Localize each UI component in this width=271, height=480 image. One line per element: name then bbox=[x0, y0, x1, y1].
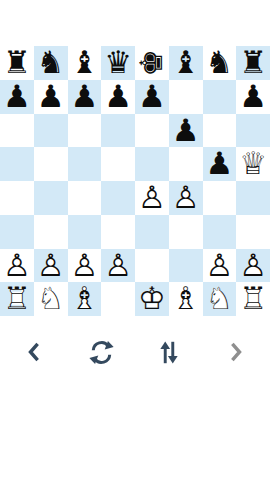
square-h7[interactable]: ♟ bbox=[236, 80, 270, 114]
square-d8[interactable]: ♛ bbox=[101, 46, 135, 80]
square-h3[interactable] bbox=[236, 215, 270, 249]
piece-white-pawn: ♟♙ bbox=[203, 249, 237, 283]
piece-black-bishop: ♝ bbox=[68, 46, 102, 80]
piece-black-pawn: ♟ bbox=[34, 80, 68, 114]
chevron-left-icon bbox=[26, 339, 41, 365]
square-d1[interactable] bbox=[101, 282, 135, 316]
square-f7[interactable] bbox=[169, 80, 203, 114]
square-b5[interactable] bbox=[34, 147, 68, 181]
square-b2[interactable]: ♟♙ bbox=[34, 249, 68, 283]
piece-black-bishop: ♝ bbox=[169, 46, 203, 80]
square-a4[interactable] bbox=[0, 181, 34, 215]
square-e1[interactable]: ♚♔ bbox=[135, 282, 169, 316]
piece-white-pawn: ♟♙ bbox=[236, 249, 270, 283]
square-h1[interactable]: ♜♖ bbox=[236, 282, 270, 316]
square-a2[interactable]: ♟♙ bbox=[0, 249, 34, 283]
square-c1[interactable]: ♝♗ bbox=[68, 282, 102, 316]
square-h4[interactable] bbox=[236, 181, 270, 215]
square-d4[interactable] bbox=[101, 181, 135, 215]
square-d2[interactable]: ♟♙ bbox=[101, 249, 135, 283]
piece-black-pawn: ♟ bbox=[68, 80, 102, 114]
square-d7[interactable]: ♟ bbox=[101, 80, 135, 114]
piece-black-pawn: ♟ bbox=[169, 114, 203, 148]
square-c3[interactable] bbox=[68, 215, 102, 249]
piece-white-pawn: ♟♙ bbox=[0, 249, 34, 283]
piece-black-knight: ♞ bbox=[34, 46, 68, 80]
piece-white-queen: ♛♕ bbox=[236, 147, 270, 181]
square-f2[interactable] bbox=[169, 249, 203, 283]
refresh-button[interactable] bbox=[68, 337, 136, 367]
square-a5[interactable] bbox=[0, 147, 34, 181]
square-b8[interactable]: ♞ bbox=[34, 46, 68, 80]
square-b6[interactable] bbox=[34, 114, 68, 148]
square-g2[interactable]: ♟♙ bbox=[203, 249, 237, 283]
square-c4[interactable] bbox=[68, 181, 102, 215]
square-a3[interactable] bbox=[0, 215, 34, 249]
piece-white-knight: ♞♘ bbox=[203, 282, 237, 316]
previous-move-button[interactable] bbox=[0, 337, 68, 367]
square-g5[interactable]: ♟ bbox=[203, 147, 237, 181]
piece-white-pawn: ♟♙ bbox=[101, 249, 135, 283]
square-g3[interactable] bbox=[203, 215, 237, 249]
refresh-icon bbox=[89, 340, 114, 365]
square-b4[interactable] bbox=[34, 181, 68, 215]
piece-white-knight: ♞♘ bbox=[34, 282, 68, 316]
flip-board-button[interactable] bbox=[135, 337, 203, 367]
piece-white-king: ♚♔ bbox=[135, 282, 169, 316]
square-b1[interactable]: ♞♘ bbox=[34, 282, 68, 316]
square-f1[interactable]: ♝♗ bbox=[169, 282, 203, 316]
square-f3[interactable] bbox=[169, 215, 203, 249]
square-e4[interactable]: ♟♙ bbox=[135, 181, 169, 215]
square-d3[interactable] bbox=[101, 215, 135, 249]
square-e7[interactable]: ♟ bbox=[135, 80, 169, 114]
square-a1[interactable]: ♜♖ bbox=[0, 282, 34, 316]
piece-black-king: ♚ bbox=[135, 46, 169, 80]
piece-black-pawn: ♟ bbox=[101, 80, 135, 114]
piece-white-pawn: ♟♙ bbox=[68, 249, 102, 283]
square-g6[interactable] bbox=[203, 114, 237, 148]
square-f8[interactable]: ♝ bbox=[169, 46, 203, 80]
toolbar bbox=[0, 337, 270, 367]
piece-white-rook: ♜♖ bbox=[0, 282, 34, 316]
chess-board: ♜♞♝♛♚♝♞♜♟♟♟♟♟♟♟♟♛♕♟♙♟♙♟♙♟♙♟♙♟♙♟♙♟♙♜♖♞♘♝♗… bbox=[0, 46, 270, 316]
square-h2[interactable]: ♟♙ bbox=[236, 249, 270, 283]
square-g1[interactable]: ♞♘ bbox=[203, 282, 237, 316]
next-move-button[interactable] bbox=[203, 337, 271, 367]
square-f5[interactable] bbox=[169, 147, 203, 181]
square-h6[interactable] bbox=[236, 114, 270, 148]
square-h8[interactable]: ♜ bbox=[236, 46, 270, 80]
square-h5[interactable]: ♛♕ bbox=[236, 147, 270, 181]
square-a7[interactable]: ♟ bbox=[0, 80, 34, 114]
piece-white-rook: ♜♖ bbox=[236, 282, 270, 316]
square-g8[interactable]: ♞ bbox=[203, 46, 237, 80]
square-f4[interactable]: ♟♙ bbox=[169, 181, 203, 215]
piece-white-pawn: ♟♙ bbox=[135, 181, 169, 215]
piece-white-bishop: ♝♗ bbox=[68, 282, 102, 316]
piece-black-rook: ♜ bbox=[0, 46, 34, 80]
square-f6[interactable]: ♟ bbox=[169, 114, 203, 148]
square-g7[interactable] bbox=[203, 80, 237, 114]
piece-white-pawn: ♟♙ bbox=[169, 181, 203, 215]
square-c2[interactable]: ♟♙ bbox=[68, 249, 102, 283]
piece-black-pawn: ♟ bbox=[0, 80, 34, 114]
piece-black-pawn: ♟ bbox=[236, 80, 270, 114]
square-e5[interactable] bbox=[135, 147, 169, 181]
piece-black-pawn: ♟ bbox=[203, 147, 237, 181]
piece-black-pawn: ♟ bbox=[135, 80, 169, 114]
square-d6[interactable] bbox=[101, 114, 135, 148]
square-a6[interactable] bbox=[0, 114, 34, 148]
app-screen: ♜♞♝♛♚♝♞♜♟♟♟♟♟♟♟♟♛♕♟♙♟♙♟♙♟♙♟♙♟♙♟♙♟♙♜♖♞♘♝♗… bbox=[0, 0, 270, 480]
square-a8[interactable]: ♜ bbox=[0, 46, 34, 80]
piece-white-pawn: ♟♙ bbox=[34, 249, 68, 283]
square-e8[interactable]: ♚ bbox=[135, 46, 169, 80]
swap-vertical-icon bbox=[157, 340, 181, 365]
square-b7[interactable]: ♟ bbox=[34, 80, 68, 114]
square-e6[interactable] bbox=[135, 114, 169, 148]
piece-black-knight: ♞ bbox=[203, 46, 237, 80]
square-b3[interactable] bbox=[34, 215, 68, 249]
square-c6[interactable] bbox=[68, 114, 102, 148]
square-e3[interactable] bbox=[135, 215, 169, 249]
square-c5[interactable] bbox=[68, 147, 102, 181]
square-e2[interactable] bbox=[135, 249, 169, 283]
piece-black-queen: ♛ bbox=[101, 46, 135, 80]
square-c7[interactable]: ♟ bbox=[68, 80, 102, 114]
chevron-right-icon bbox=[229, 339, 244, 365]
piece-black-rook: ♜ bbox=[236, 46, 270, 80]
square-c8[interactable]: ♝ bbox=[68, 46, 102, 80]
square-g4[interactable] bbox=[203, 181, 237, 215]
square-d5[interactable] bbox=[101, 147, 135, 181]
piece-white-bishop: ♝♗ bbox=[169, 282, 203, 316]
